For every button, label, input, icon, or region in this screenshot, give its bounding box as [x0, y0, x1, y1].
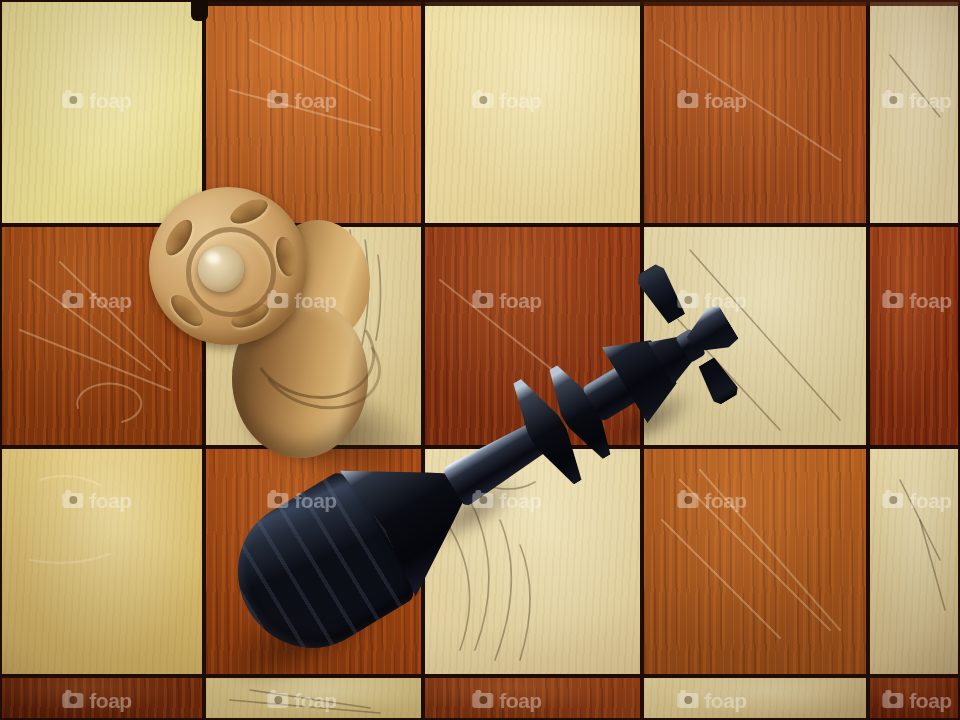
- white-queen-piece: [0, 0, 960, 720]
- chessboard-photo: foapfoapfoapfoapfoapfoapfoapfoapfoapfoap…: [0, 0, 960, 720]
- queen-finial-knob: [198, 246, 244, 292]
- queen-finial-highlight: [206, 252, 220, 264]
